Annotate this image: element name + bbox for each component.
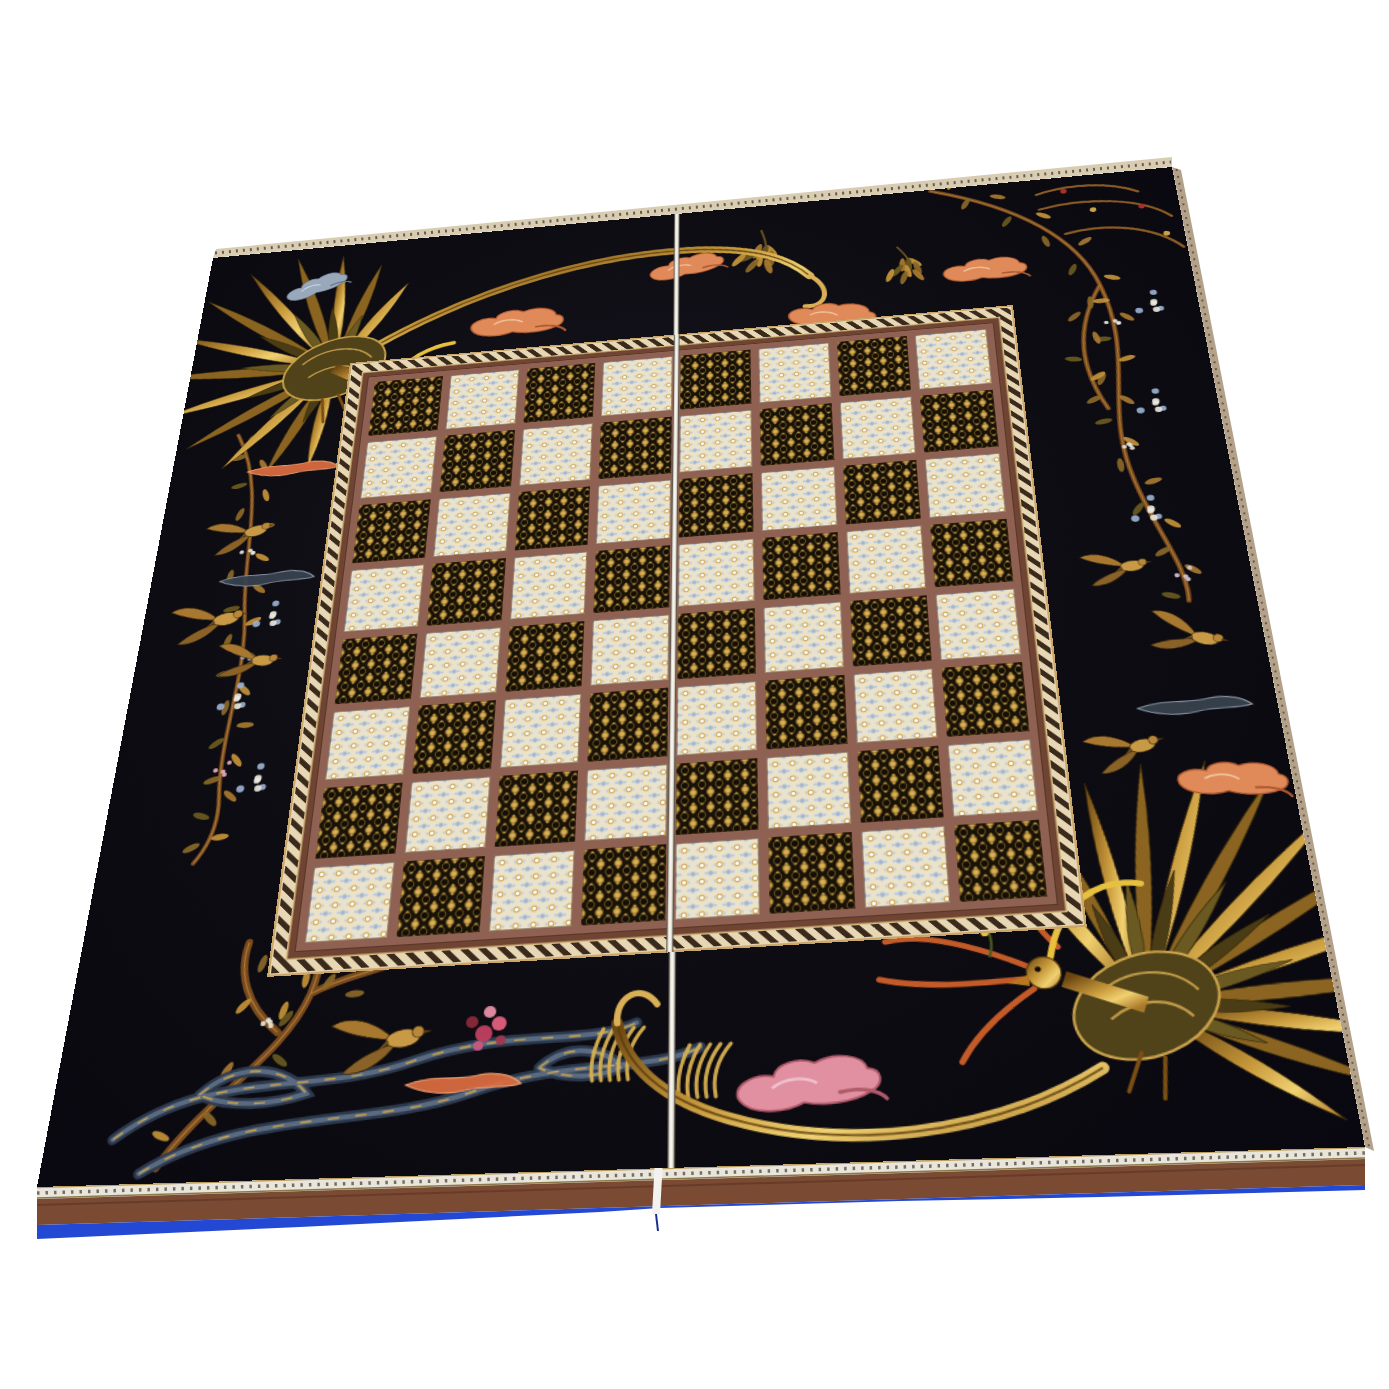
bird [1144,609,1233,661]
square-c4[interactable] [505,621,585,692]
square-e5[interactable] [678,539,754,607]
square-c5[interactable] [510,552,588,620]
square-d8[interactable] [601,356,672,416]
square-b4[interactable] [419,627,500,698]
square-h8[interactable] [915,329,992,389]
cloud [1177,761,1292,796]
square-b3[interactable] [412,700,495,774]
square-h1[interactable] [954,820,1047,902]
square-b6[interactable] [433,492,510,557]
square-e3[interactable] [677,681,757,755]
square-e2[interactable] [676,758,759,836]
square-f2[interactable] [766,751,851,829]
square-d5[interactable] [593,545,670,613]
square-g3[interactable] [853,668,938,743]
bird [1082,722,1172,777]
square-b5[interactable] [426,558,505,626]
grass-tuft [678,1043,731,1097]
square-f3[interactable] [765,675,847,749]
square-c7[interactable] [519,423,593,485]
scene [0,0,1389,1389]
square-b2[interactable] [404,776,490,853]
square-f5[interactable] [762,532,840,600]
square-d7[interactable] [599,416,672,478]
cloud-pink [735,1051,888,1116]
square-g4[interactable] [849,595,932,666]
square-e4[interactable] [677,608,755,679]
square-c2[interactable] [494,770,578,847]
square-b7[interactable] [439,430,514,492]
square-f4[interactable] [763,602,843,673]
square-c1[interactable] [488,850,575,931]
square-g1[interactable] [861,826,951,908]
blossom-cluster [1132,289,1165,314]
square-f8[interactable] [758,343,831,403]
square-e6[interactable] [679,473,754,538]
square-g6[interactable] [842,459,921,524]
square-c6[interactable] [514,486,590,551]
square-f6[interactable] [761,466,837,531]
square-b1[interactable] [396,856,484,937]
corner-swirl-top-right [1028,180,1192,246]
square-d4[interactable] [591,615,670,686]
hanging-foliage [876,243,928,289]
square-a3[interactable] [325,706,410,780]
square-g5[interactable] [846,526,927,594]
square-g2[interactable] [857,745,944,823]
square-a4[interactable] [335,634,418,704]
blossom-cluster [1133,388,1167,414]
square-f1[interactable] [768,832,855,914]
dark-cloud-streak [1137,695,1254,717]
square-d3[interactable] [588,687,669,761]
square-a1[interactable] [305,862,395,943]
square-f7[interactable] [759,403,833,466]
chess-board [267,305,1087,977]
square-a8[interactable] [368,376,443,436]
square-c3[interactable] [500,694,582,768]
square-d2[interactable] [585,764,668,842]
square-h7[interactable] [920,389,999,452]
blossom-cluster [252,600,284,627]
square-g7[interactable] [839,396,916,459]
square-a7[interactable] [360,436,436,498]
square-h4[interactable] [936,589,1021,660]
square-a5[interactable] [344,565,424,632]
square-h6[interactable] [925,453,1006,518]
square-g8[interactable] [836,336,911,396]
bird [1079,547,1156,587]
square-e8[interactable] [680,350,751,410]
square-d1[interactable] [581,844,666,925]
square-e7[interactable] [679,410,752,472]
bird [171,596,249,647]
cloud [470,306,566,339]
square-e1[interactable] [675,838,760,920]
square-h3[interactable] [942,662,1030,737]
square-d6[interactable] [596,479,671,544]
square-b8[interactable] [445,370,519,430]
cloud [942,255,1030,283]
fold-seam-felt-gap [656,1214,658,1231]
red-cloud-streak [405,1072,522,1094]
square-a6[interactable] [352,499,430,564]
square-h5[interactable] [930,519,1013,587]
square-h2[interactable] [948,739,1038,817]
square-c8[interactable] [523,363,596,423]
square-a2[interactable] [315,782,402,859]
blossom-cluster [236,763,270,793]
